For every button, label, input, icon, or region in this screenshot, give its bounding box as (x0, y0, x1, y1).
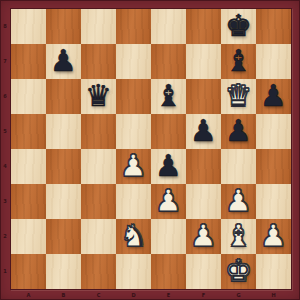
square-h4[interactable] (256, 149, 291, 184)
square-g1[interactable]: ♚ (221, 254, 256, 289)
square-e8[interactable] (151, 9, 186, 44)
square-c3[interactable] (81, 184, 116, 219)
square-f2[interactable]: ♟ (186, 219, 221, 254)
square-g8[interactable]: ♚ (221, 9, 256, 44)
piece-black-pawn: ♟ (50, 46, 77, 76)
square-c2[interactable] (81, 219, 116, 254)
square-a2[interactable] (11, 219, 46, 254)
square-d5[interactable] (116, 114, 151, 149)
square-a1[interactable] (11, 254, 46, 289)
file-label-h: H (265, 293, 283, 298)
square-a3[interactable] (11, 184, 46, 219)
piece-white-pawn: ♟ (120, 151, 147, 181)
square-d6[interactable] (116, 79, 151, 114)
square-d8[interactable] (116, 9, 151, 44)
square-g4[interactable] (221, 149, 256, 184)
piece-black-pawn: ♟ (190, 116, 217, 146)
file-label-f: F (195, 293, 213, 298)
rank-label-3: 3 (3, 193, 8, 211)
square-h6[interactable]: ♟ (256, 79, 291, 114)
file-label-c: C (90, 293, 108, 298)
square-e6[interactable]: ♝ (151, 79, 186, 114)
square-e7[interactable] (151, 44, 186, 79)
square-b3[interactable] (46, 184, 81, 219)
square-b4[interactable] (46, 149, 81, 184)
rank-label-2: 2 (3, 228, 8, 246)
rank-label-4: 4 (3, 158, 8, 176)
square-a5[interactable] (11, 114, 46, 149)
square-g2[interactable]: ♝ (221, 219, 256, 254)
piece-black-bishop: ♝ (155, 81, 182, 111)
square-c1[interactable] (81, 254, 116, 289)
square-f5[interactable]: ♟ (186, 114, 221, 149)
square-f8[interactable] (186, 9, 221, 44)
square-b2[interactable] (46, 219, 81, 254)
piece-black-pawn: ♟ (155, 151, 182, 181)
square-c7[interactable] (81, 44, 116, 79)
file-label-g: G (230, 293, 248, 298)
square-c8[interactable] (81, 9, 116, 44)
square-d3[interactable] (116, 184, 151, 219)
piece-white-pawn: ♟ (155, 186, 182, 216)
piece-white-pawn: ♟ (190, 221, 217, 251)
chess-diagram: 87654321 ♚♟♝♛♝♛♟♟♟♟♟♟♟♞♟♝♟♚ ABCDEFGH (0, 0, 300, 300)
square-h2[interactable]: ♟ (256, 219, 291, 254)
rank-label-5: 5 (3, 123, 8, 141)
square-d4[interactable]: ♟ (116, 149, 151, 184)
square-g5[interactable]: ♟ (221, 114, 256, 149)
square-a8[interactable] (11, 9, 46, 44)
square-h3[interactable] (256, 184, 291, 219)
square-a4[interactable] (11, 149, 46, 184)
square-d7[interactable] (116, 44, 151, 79)
file-labels: ABCDEFGH (11, 290, 291, 300)
piece-white-pawn: ♟ (260, 221, 287, 251)
square-h7[interactable] (256, 44, 291, 79)
square-e4[interactable]: ♟ (151, 149, 186, 184)
square-c6[interactable]: ♛ (81, 79, 116, 114)
square-e1[interactable] (151, 254, 186, 289)
square-b8[interactable] (46, 9, 81, 44)
square-c4[interactable] (81, 149, 116, 184)
square-c5[interactable] (81, 114, 116, 149)
square-e3[interactable]: ♟ (151, 184, 186, 219)
square-g7[interactable]: ♝ (221, 44, 256, 79)
square-f4[interactable] (186, 149, 221, 184)
file-label-b: B (55, 293, 73, 298)
square-d1[interactable] (116, 254, 151, 289)
square-f3[interactable] (186, 184, 221, 219)
piece-white-queen: ♛ (225, 81, 252, 111)
piece-white-knight: ♞ (120, 221, 147, 251)
square-g3[interactable]: ♟ (221, 184, 256, 219)
rank-label-7: 7 (3, 53, 8, 71)
square-e2[interactable] (151, 219, 186, 254)
square-b6[interactable] (46, 79, 81, 114)
square-h8[interactable] (256, 9, 291, 44)
chess-board: ♚♟♝♛♝♛♟♟♟♟♟♟♟♞♟♝♟♚ (10, 8, 292, 290)
square-h1[interactable] (256, 254, 291, 289)
piece-black-pawn: ♟ (225, 116, 252, 146)
piece-black-queen: ♛ (85, 81, 112, 111)
square-a7[interactable] (11, 44, 46, 79)
square-f6[interactable] (186, 79, 221, 114)
piece-white-bishop: ♝ (225, 221, 252, 251)
rank-labels: 87654321 (0, 9, 10, 289)
file-label-e: E (160, 293, 178, 298)
piece-white-pawn: ♟ (225, 186, 252, 216)
square-f7[interactable] (186, 44, 221, 79)
square-b7[interactable]: ♟ (46, 44, 81, 79)
square-h5[interactable] (256, 114, 291, 149)
piece-white-king: ♚ (225, 256, 252, 286)
square-e5[interactable] (151, 114, 186, 149)
square-f1[interactable] (186, 254, 221, 289)
rank-label-8: 8 (3, 18, 8, 36)
file-label-a: A (20, 293, 38, 298)
rank-label-1: 1 (3, 263, 8, 281)
rank-label-6: 6 (3, 88, 8, 106)
piece-black-pawn: ♟ (260, 81, 287, 111)
square-d2[interactable]: ♞ (116, 219, 151, 254)
square-g6[interactable]: ♛ (221, 79, 256, 114)
piece-black-bishop: ♝ (225, 46, 252, 76)
piece-black-king: ♚ (225, 11, 252, 41)
square-b1[interactable] (46, 254, 81, 289)
file-label-d: D (125, 293, 143, 298)
square-b5[interactable] (46, 114, 81, 149)
square-a6[interactable] (11, 79, 46, 114)
